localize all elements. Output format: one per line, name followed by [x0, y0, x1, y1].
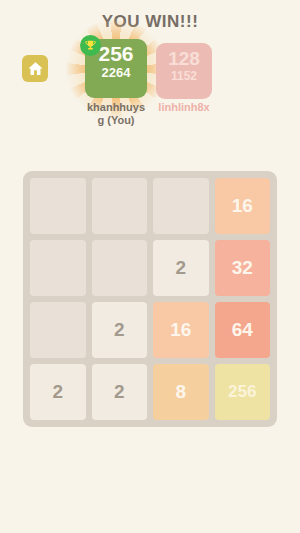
- board-cell-r3c0: 2: [30, 364, 86, 420]
- board-cell-r3c2: 8: [153, 364, 209, 420]
- game-board[interactable]: 16 2 32 2 16 64 2 2 8 256: [23, 171, 277, 427]
- board-cell-r0c0: [30, 178, 86, 234]
- winner-badge: [80, 35, 101, 56]
- winner-score: 2264: [85, 65, 147, 80]
- home-button[interactable]: [22, 55, 48, 82]
- page-title: YOU WIN!!!: [0, 12, 300, 32]
- board-cell-r2c1: 2: [92, 302, 148, 358]
- loser-name: linhlinh8x: [144, 101, 224, 114]
- board-cell-r1c1: [92, 240, 148, 296]
- board-cell-r0c2: [153, 178, 209, 234]
- board-cell-r0c1: [92, 178, 148, 234]
- winner-score-card: 256 2264: [85, 39, 147, 98]
- board-cell-r3c1: 2: [92, 364, 148, 420]
- loser-score-card: 128 1152: [156, 43, 212, 99]
- winner-name: khanhhuysg (You): [84, 101, 148, 127]
- board-cell-r2c3: 64: [215, 302, 271, 358]
- board-cell-r1c3: 32: [215, 240, 271, 296]
- trophy-icon: [84, 39, 97, 52]
- board-cell-r3c3: 256: [215, 364, 271, 420]
- loser-score: 1152: [156, 69, 212, 83]
- loser-best-tile: 128: [156, 49, 212, 69]
- board-cell-r1c2: 2: [153, 240, 209, 296]
- board-cell-r2c2: 16: [153, 302, 209, 358]
- board-cell-r2c0: [30, 302, 86, 358]
- board-cell-r0c3: 16: [215, 178, 271, 234]
- home-icon: [27, 60, 44, 77]
- board-cell-r1c0: [30, 240, 86, 296]
